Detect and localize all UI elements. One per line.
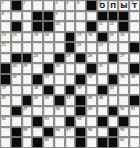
filled-letter: Т — [130, 3, 139, 10]
clue-number: 12 — [109, 22, 113, 26]
white-cell[interactable] — [32, 42, 43, 53]
white-cell[interactable] — [75, 63, 86, 74]
white-cell[interactable]: 41 — [0, 95, 11, 106]
clue-number: 44 — [66, 96, 70, 100]
white-cell[interactable]: 16 — [43, 32, 54, 43]
clue-number: 33 — [45, 75, 49, 79]
white-cell[interactable] — [22, 11, 33, 22]
clue-number: 41 — [2, 96, 6, 100]
black-cell — [11, 21, 22, 32]
clue-number: 4 — [66, 1, 68, 5]
white-cell[interactable]: 54 — [75, 116, 86, 127]
white-cell[interactable]: 53 — [43, 116, 54, 127]
white-cell[interactable]: 29 — [22, 63, 33, 74]
clue-number: 14 — [12, 33, 16, 37]
clue-number: 37 — [2, 86, 6, 90]
black-cell — [11, 53, 22, 64]
white-cell[interactable]: 19 — [108, 32, 119, 43]
clue-number: 52 — [2, 117, 6, 121]
black-cell — [86, 21, 97, 32]
white-cell[interactable] — [108, 63, 119, 74]
black-cell — [108, 53, 119, 64]
white-cell[interactable]: 32 — [11, 74, 22, 85]
clue-number: 6 — [98, 1, 100, 5]
crossword-grid: 123456ОПЫ7Т89101112131415161718192021222… — [0, 0, 140, 148]
white-cell[interactable] — [108, 95, 119, 106]
white-cell[interactable]: 8 — [0, 11, 11, 22]
black-cell — [65, 42, 76, 53]
black-cell — [32, 74, 43, 85]
clue-number: 24 — [34, 54, 38, 58]
clue-number: 40 — [109, 86, 113, 90]
white-cell[interactable]: 26 — [86, 53, 97, 64]
black-cell — [43, 85, 54, 96]
white-cell[interactable]: 33 — [43, 74, 54, 85]
clue-number: 18 — [88, 33, 92, 37]
white-cell[interactable]: 43 — [43, 95, 54, 106]
black-cell — [129, 63, 140, 74]
white-cell[interactable] — [43, 0, 54, 11]
clue-number: 16 — [45, 33, 49, 37]
clue-number: 60 — [45, 138, 49, 142]
white-cell[interactable]: 6О — [97, 0, 108, 11]
white-cell[interactable] — [129, 137, 140, 148]
white-cell[interactable] — [11, 11, 22, 22]
white-cell[interactable]: 11 — [97, 21, 108, 32]
white-cell[interactable] — [65, 63, 76, 74]
white-cell[interactable] — [97, 127, 108, 138]
black-cell — [108, 137, 119, 148]
clue-number: 51 — [131, 107, 135, 111]
white-cell[interactable]: 9 — [54, 11, 65, 22]
white-cell[interactable] — [97, 106, 108, 117]
white-cell[interactable] — [129, 116, 140, 127]
white-cell[interactable]: Ы — [118, 0, 129, 11]
white-cell[interactable] — [43, 106, 54, 117]
white-cell[interactable] — [22, 74, 33, 85]
black-cell — [97, 85, 108, 96]
white-cell[interactable]: 55 — [22, 127, 33, 138]
white-cell[interactable] — [11, 85, 22, 96]
clue-number: 26 — [88, 54, 92, 58]
clue-number: 31 — [98, 64, 102, 68]
black-cell — [0, 74, 11, 85]
white-cell[interactable]: 44 — [65, 95, 76, 106]
clue-number: 2 — [23, 1, 25, 5]
clue-number: 53 — [45, 117, 49, 121]
black-cell — [65, 116, 76, 127]
white-cell[interactable]: 20 — [118, 32, 129, 43]
clue-number: 58 — [88, 128, 92, 132]
white-cell[interactable]: 48 — [54, 106, 65, 117]
black-cell — [54, 53, 65, 64]
white-cell[interactable] — [65, 11, 76, 22]
clue-number: 61 — [120, 138, 124, 142]
clue-number: 30 — [55, 64, 59, 68]
white-cell[interactable]: 27 — [118, 53, 129, 64]
white-cell[interactable] — [97, 74, 108, 85]
clue-number: 11 — [98, 22, 102, 26]
black-cell — [75, 53, 86, 64]
clue-number: 29 — [23, 64, 27, 68]
white-cell[interactable]: 37 — [0, 85, 11, 96]
white-cell[interactable] — [108, 42, 119, 53]
clue-number: 59 — [120, 128, 124, 132]
clue-number: 22 — [77, 43, 81, 47]
white-cell[interactable] — [97, 53, 108, 64]
black-cell — [54, 95, 65, 106]
crossword-page: 123456ОПЫ7Т89101112131415161718192021222… — [0, 0, 140, 148]
white-cell[interactable]: 42 — [32, 95, 43, 106]
white-cell[interactable] — [65, 106, 76, 117]
white-cell[interactable] — [11, 95, 22, 106]
filled-letter: П — [109, 3, 118, 10]
clue-number: 46 — [98, 96, 102, 100]
black-cell — [43, 63, 54, 74]
white-cell[interactable] — [118, 95, 129, 106]
white-cell[interactable]: 17 — [75, 32, 86, 43]
clue-number: 25 — [66, 54, 70, 58]
white-cell[interactable] — [54, 85, 65, 96]
clue-number: 42 — [34, 96, 38, 100]
white-cell[interactable] — [22, 21, 33, 32]
white-cell[interactable] — [54, 32, 65, 43]
white-cell[interactable] — [129, 53, 140, 64]
white-cell[interactable]: 49 — [86, 106, 97, 117]
white-cell[interactable]: 1 — [0, 0, 11, 11]
black-cell — [86, 0, 97, 11]
clue-number: 49 — [88, 107, 92, 111]
white-cell[interactable]: 4 — [65, 0, 76, 11]
black-cell — [108, 127, 119, 138]
white-cell[interactable]: 56 — [54, 127, 65, 138]
black-cell — [43, 127, 54, 138]
black-cell — [97, 32, 108, 43]
clue-number: 50 — [120, 107, 124, 111]
clue-number: 10 — [55, 22, 59, 26]
black-cell — [65, 32, 76, 43]
black-cell — [75, 106, 86, 117]
white-cell[interactable]: 34 — [86, 74, 97, 85]
white-cell[interactable] — [54, 42, 65, 53]
white-cell[interactable] — [0, 137, 11, 148]
white-cell[interactable]: 31 — [97, 63, 108, 74]
white-cell[interactable] — [43, 42, 54, 53]
white-cell[interactable]: 58 — [86, 127, 97, 138]
black-cell — [11, 106, 22, 117]
black-cell — [97, 116, 108, 127]
clue-number: 55 — [23, 128, 27, 132]
clue-number: 23 — [98, 43, 102, 47]
clue-number: 39 — [77, 86, 81, 90]
black-cell — [43, 21, 54, 32]
white-cell[interactable] — [54, 137, 65, 148]
white-cell[interactable] — [86, 11, 97, 22]
white-cell[interactable]: 2 — [22, 0, 33, 11]
white-cell[interactable] — [65, 21, 76, 32]
clue-number: 36 — [131, 75, 135, 79]
white-cell[interactable]: 5 — [75, 0, 86, 11]
white-cell[interactable]: 3 — [54, 0, 65, 11]
clue-number: 3 — [55, 1, 57, 5]
white-cell[interactable] — [22, 32, 33, 43]
black-cell — [32, 11, 43, 22]
white-cell[interactable]: 30 — [54, 63, 65, 74]
white-cell[interactable] — [22, 42, 33, 53]
black-cell — [22, 95, 33, 106]
white-cell[interactable] — [129, 127, 140, 138]
clue-number: 57 — [66, 128, 70, 132]
black-cell — [108, 74, 119, 85]
clue-number: 34 — [88, 75, 92, 79]
black-cell — [75, 74, 86, 85]
white-cell[interactable] — [54, 116, 65, 127]
white-cell[interactable]: 10 — [54, 21, 65, 32]
white-cell[interactable] — [108, 116, 119, 127]
black-cell — [118, 21, 129, 32]
white-cell[interactable] — [22, 116, 33, 127]
white-cell[interactable]: 45 — [86, 95, 97, 106]
white-cell[interactable] — [75, 21, 86, 32]
white-cell[interactable] — [86, 137, 97, 148]
black-cell — [0, 63, 11, 74]
white-cell[interactable] — [65, 74, 76, 85]
clue-number: 15 — [34, 33, 38, 37]
clue-number: 17 — [77, 33, 81, 37]
black-cell — [108, 106, 119, 117]
white-cell[interactable]: 15 — [32, 32, 43, 43]
white-cell[interactable] — [75, 11, 86, 22]
white-cell[interactable] — [43, 53, 54, 64]
black-cell — [32, 116, 43, 127]
filled-letter: О — [98, 3, 107, 10]
black-cell — [11, 0, 22, 11]
white-cell[interactable]: 28 — [11, 63, 22, 74]
clue-number: 28 — [12, 64, 16, 68]
black-cell — [75, 127, 86, 138]
black-cell — [97, 137, 108, 148]
white-cell[interactable]: 38 — [32, 85, 43, 96]
white-cell[interactable]: 47 — [22, 106, 33, 117]
white-cell[interactable]: 14 — [11, 32, 22, 43]
white-cell[interactable] — [0, 127, 11, 138]
clue-number: 5 — [77, 1, 79, 5]
clue-number: 7 — [131, 1, 133, 5]
clue-number: 20 — [120, 33, 124, 37]
white-cell[interactable]: 59 — [118, 127, 129, 138]
clue-number: 1 — [2, 1, 4, 5]
white-cell[interactable] — [65, 137, 76, 148]
white-cell[interactable]: 23 — [97, 42, 108, 53]
black-cell — [22, 53, 33, 64]
white-cell[interactable] — [0, 21, 11, 32]
white-cell[interactable]: 50 — [118, 106, 129, 117]
white-cell[interactable]: 22 — [75, 42, 86, 53]
black-cell — [32, 137, 43, 148]
clue-number: 21 — [2, 43, 6, 47]
black-cell — [11, 137, 22, 148]
white-cell[interactable] — [129, 21, 140, 32]
clue-number: 9 — [55, 12, 57, 16]
clue-number: 8 — [2, 12, 4, 16]
white-cell[interactable] — [22, 85, 33, 96]
clue-number: 32 — [12, 75, 16, 79]
white-cell[interactable]: 36 — [129, 74, 140, 85]
white-cell[interactable] — [0, 106, 11, 117]
black-cell — [86, 63, 97, 74]
white-cell[interactable] — [86, 85, 97, 96]
clue-number: 38 — [34, 86, 38, 90]
clue-number: 13 — [2, 33, 6, 37]
clue-number: 19 — [109, 33, 113, 37]
white-cell[interactable]: 40 — [108, 85, 119, 96]
black-cell — [43, 11, 54, 22]
white-cell[interactable] — [32, 63, 43, 74]
clue-number: 43 — [45, 96, 49, 100]
white-cell[interactable] — [54, 74, 65, 85]
clue-number: 54 — [77, 117, 81, 121]
white-cell[interactable] — [32, 127, 43, 138]
white-cell[interactable] — [129, 32, 140, 43]
white-cell[interactable] — [32, 0, 43, 11]
white-cell[interactable] — [22, 137, 33, 148]
white-cell[interactable]: 61 — [118, 137, 129, 148]
black-cell — [32, 21, 43, 32]
white-cell[interactable]: 25 — [65, 53, 76, 64]
white-cell[interactable] — [11, 116, 22, 127]
white-cell[interactable]: 60 — [43, 137, 54, 148]
white-cell[interactable]: 52 — [0, 116, 11, 127]
clue-number: 47 — [23, 107, 27, 111]
white-cell[interactable]: 35 — [118, 74, 129, 85]
white-cell[interactable] — [86, 116, 97, 127]
white-cell[interactable]: 21 — [0, 42, 11, 53]
white-cell[interactable]: 24 — [32, 53, 43, 64]
white-cell[interactable]: 18 — [86, 32, 97, 43]
white-cell[interactable] — [129, 11, 140, 22]
white-cell[interactable]: 7Т — [129, 0, 140, 11]
black-cell — [129, 42, 140, 53]
white-cell[interactable] — [129, 85, 140, 96]
white-cell[interactable] — [118, 42, 129, 53]
black-cell — [65, 85, 76, 96]
clue-number: 35 — [120, 75, 124, 79]
black-cell — [11, 127, 22, 138]
white-cell[interactable] — [32, 106, 43, 117]
black-cell — [97, 11, 108, 22]
filled-letter: Ы — [119, 3, 128, 10]
clue-number: 56 — [55, 128, 59, 132]
black-cell — [75, 95, 86, 106]
black-cell — [108, 11, 119, 22]
white-cell[interactable]: 46 — [97, 95, 108, 106]
clue-number: 45 — [88, 96, 92, 100]
white-cell[interactable]: 51 — [129, 106, 140, 117]
black-cell — [118, 11, 129, 22]
white-cell[interactable]: 13 — [0, 32, 11, 43]
white-cell[interactable]: 57 — [65, 127, 76, 138]
white-cell[interactable] — [11, 42, 22, 53]
white-cell[interactable]: 12 — [108, 21, 119, 32]
clue-number: 48 — [55, 107, 59, 111]
black-cell — [129, 95, 140, 106]
white-cell[interactable] — [118, 85, 129, 96]
clue-number: 27 — [120, 54, 124, 58]
white-cell[interactable] — [0, 53, 11, 64]
white-cell[interactable]: 39 — [75, 85, 86, 96]
white-cell[interactable]: П — [108, 0, 119, 11]
black-cell — [75, 137, 86, 148]
white-cell[interactable] — [118, 63, 129, 74]
white-cell[interactable] — [86, 42, 97, 53]
black-cell — [118, 116, 129, 127]
